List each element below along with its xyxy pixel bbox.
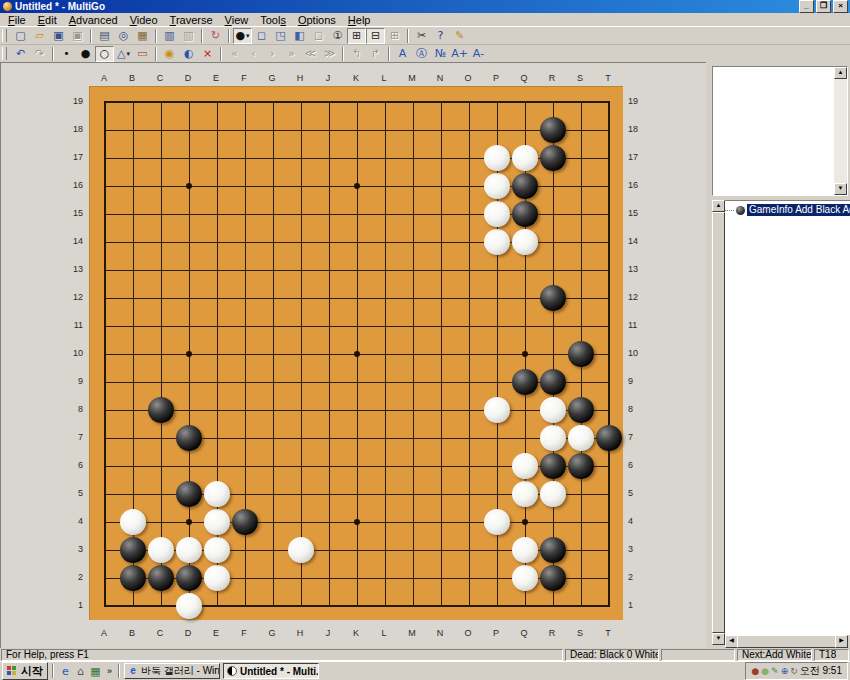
menu-options[interactable]: Options xyxy=(293,14,343,26)
row-label-right: 16 xyxy=(628,180,648,190)
taskbar-divider xyxy=(118,664,120,678)
label-letter-icon: A xyxy=(399,47,407,61)
multigo-icon xyxy=(227,666,237,676)
comment-scrollbar[interactable]: ▲ ▼ xyxy=(834,67,847,195)
row-label-right: 15 xyxy=(628,208,648,218)
nav-forward-10-button[interactable]: ≫ xyxy=(320,46,339,62)
label-letter-button[interactable]: A xyxy=(393,46,412,62)
stone-black-D5[interactable] xyxy=(176,481,202,507)
prev-variation-icon: ↰ xyxy=(352,47,361,61)
tree-node-selected[interactable]: GameInfo Add Black Add White xyxy=(725,204,850,216)
erase-mark-icon: ▭ xyxy=(137,47,147,61)
nav-first-icon: « xyxy=(231,47,238,61)
game-tools-icon: ✂ xyxy=(417,29,426,43)
export-file-button[interactable]: ▣ xyxy=(68,28,87,44)
next-variation-icon: ↱ xyxy=(371,47,380,61)
clean-board-icon: ✎ xyxy=(455,29,464,43)
next-variation-button[interactable]: ↱ xyxy=(366,46,385,62)
column-label-bottom: G xyxy=(262,628,282,638)
show-tree-pane-button[interactable]: ⊞ xyxy=(347,28,366,44)
board-view: AABBCCDDEEFFGGHHJJKKLLMMNNOOPPQQRRSSTT19… xyxy=(0,62,706,648)
context-help-icon: ? xyxy=(438,29,444,43)
toolbar-gripper[interactable] xyxy=(2,47,7,60)
tree-layout-button[interactable]: ⊞ xyxy=(385,28,404,44)
column-label-top: N xyxy=(430,73,450,83)
toolbar-separator xyxy=(155,29,157,43)
stone-white-Q6[interactable] xyxy=(512,453,538,479)
row-label-left: 18 xyxy=(63,124,83,134)
grid-line xyxy=(413,102,414,606)
game-tools-button[interactable]: ✂ xyxy=(412,28,431,44)
grid-line xyxy=(441,102,442,606)
column-label-bottom: Q xyxy=(514,628,534,638)
status-blank-panel xyxy=(661,649,735,661)
redo-icon: ↷ xyxy=(35,47,44,61)
toolbar-separator xyxy=(155,47,157,61)
column-label-top: T xyxy=(598,73,618,83)
column-label-top: C xyxy=(150,73,170,83)
tree-vertical-scrollbar[interactable]: ▲ ▼ xyxy=(712,200,725,645)
scroll-up-icon[interactable]: ▲ xyxy=(834,67,847,79)
windows-logo-icon xyxy=(7,666,18,676)
column-label-bottom: T xyxy=(598,628,618,638)
show-comment-pane-button[interactable]: ⊟ xyxy=(366,28,385,44)
stone-white-C3[interactable] xyxy=(148,537,174,563)
stone-white-P16[interactable] xyxy=(484,173,510,199)
tray-icon-1[interactable]: ● xyxy=(751,664,759,678)
nav-forward-icon: › xyxy=(270,47,274,61)
row-label-left: 2 xyxy=(63,572,83,582)
status-next-action: Next:Add White xyxy=(737,649,812,661)
stone-black-Q9[interactable] xyxy=(512,369,538,395)
black-to-play-icon: ● xyxy=(235,29,245,43)
column-label-top: B xyxy=(122,73,142,83)
title-bar[interactable]: Untitled * - MultiGo _ ❐ × xyxy=(0,0,850,13)
row-label-right: 11 xyxy=(628,320,648,330)
stone-black-S6[interactable] xyxy=(568,453,594,479)
column-label-bottom: N xyxy=(430,628,450,638)
stone-black-R3[interactable] xyxy=(540,537,566,563)
font-larger-button[interactable]: A+ xyxy=(450,46,469,62)
label-circle-icon: Ⓐ xyxy=(416,47,427,61)
toolbar-separator xyxy=(342,47,344,61)
multigo-window: Untitled * - MultiGo _ ❐ × FileEditAdvan… xyxy=(0,0,850,680)
swap-colors-button[interactable]: ◐ xyxy=(179,46,198,62)
row-label-left: 16 xyxy=(63,180,83,190)
corner-view-button[interactable]: ◳ xyxy=(271,28,290,44)
black-to-play-button[interactable]: ●▾ xyxy=(233,28,252,44)
start-button[interactable]: 시작 xyxy=(2,662,48,680)
column-label-bottom: K xyxy=(346,628,366,638)
open-folder-button[interactable]: ▱ xyxy=(30,28,49,44)
row-label-left: 4 xyxy=(63,516,83,526)
row-label-right: 6 xyxy=(628,460,648,470)
stone-black-C8[interactable] xyxy=(148,397,174,423)
column-label-top: L xyxy=(374,73,394,83)
row-label-right: 7 xyxy=(628,432,648,442)
save-icon: ▣ xyxy=(53,29,63,43)
half-board-view-icon: ◧ xyxy=(294,29,304,43)
stone-black-R18[interactable] xyxy=(540,117,566,143)
stone-white-Q14[interactable] xyxy=(512,229,538,255)
stone-black-T7[interactable] xyxy=(596,425,622,451)
stone-black-D2[interactable] xyxy=(176,565,202,591)
stone-white-P17[interactable] xyxy=(484,145,510,171)
task-button-label: 바둑 갤러리 - Windo... xyxy=(141,664,220,678)
toolbar-separator xyxy=(201,29,203,43)
play-move-mode-button[interactable]: • xyxy=(57,46,76,62)
column-label-bottom: H xyxy=(290,628,310,638)
nav-back-button[interactable]: ‹ xyxy=(244,46,263,62)
stone-white-E5[interactable] xyxy=(204,481,230,507)
export-file-icon: ▣ xyxy=(72,29,82,43)
scrollbar-thumb[interactable] xyxy=(712,212,725,633)
black-to-play-dropdown-icon[interactable]: ▾ xyxy=(246,29,250,43)
column-label-top: F xyxy=(234,73,254,83)
row-label-left: 6 xyxy=(63,460,83,470)
column-label-bottom: L xyxy=(374,628,394,638)
task-button-browser[interactable]: e바둑 갤러리 - Windo... xyxy=(124,663,220,679)
column-label-bottom: B xyxy=(122,628,142,638)
prev-variation-button[interactable]: ↰ xyxy=(347,46,366,62)
save-button[interactable]: ▣ xyxy=(49,28,68,44)
undo-icon: ↶ xyxy=(16,47,25,61)
column-label-bottom: J xyxy=(318,628,338,638)
stone-black-Q15[interactable] xyxy=(512,201,538,227)
task-button-multigo[interactable]: Untitled * - Multi... xyxy=(223,663,319,679)
row-label-left: 15 xyxy=(63,208,83,218)
tray-icon-3[interactable]: ✎ xyxy=(771,664,779,678)
open-folder-icon: ▱ xyxy=(35,29,43,43)
stone-white-E2[interactable] xyxy=(204,565,230,591)
move-numbers-button[interactable]: ① xyxy=(328,28,347,44)
star-point xyxy=(186,519,192,525)
stone-white-S7[interactable] xyxy=(568,425,594,451)
window-title: Untitled * - MultiGo xyxy=(15,1,105,12)
show-comment-pane-icon: ⊟ xyxy=(371,29,380,43)
label-circle-button[interactable]: Ⓐ xyxy=(412,46,431,62)
toolbar-separator xyxy=(90,29,92,43)
print-icon: ▤ xyxy=(99,29,109,43)
stone-white-R7[interactable] xyxy=(540,425,566,451)
stone-black-Q16[interactable] xyxy=(512,173,538,199)
system-tray: ●●✎⊕↻ 오전 9:51 xyxy=(745,662,848,680)
stone-white-P14[interactable] xyxy=(484,229,510,255)
stone-white-H3[interactable] xyxy=(288,537,314,563)
stone-black-R6[interactable] xyxy=(540,453,566,479)
add-black-stone-button[interactable]: ● xyxy=(76,46,95,62)
column-label-bottom: A xyxy=(94,628,114,638)
column-label-top: S xyxy=(570,73,590,83)
row-label-left: 5 xyxy=(63,488,83,498)
game-tree-pane[interactable]: GameInfo Add Black Add White xyxy=(725,200,850,635)
copy-board-image-icon: ▦ xyxy=(137,29,147,43)
grid-line xyxy=(553,102,554,606)
column-label-bottom: S xyxy=(570,628,590,638)
stone-black-R2[interactable] xyxy=(540,565,566,591)
row-label-right: 9 xyxy=(628,376,648,386)
half-board-view-button[interactable]: ◧ xyxy=(290,28,309,44)
star-point xyxy=(522,519,528,525)
row-label-left: 1 xyxy=(63,600,83,610)
context-help-button[interactable]: ? xyxy=(431,28,450,44)
row-label-right: 17 xyxy=(628,152,648,162)
channels-icon[interactable]: ▦ xyxy=(88,664,103,679)
quarter-view-icon: ◻ xyxy=(314,29,323,43)
stone-black-B2[interactable] xyxy=(120,565,146,591)
nav-forward-10-icon: ≫ xyxy=(324,47,336,61)
undo-button[interactable]: ↶ xyxy=(11,46,30,62)
rotate-flip-board-button[interactable]: ↻ xyxy=(206,28,225,44)
tree-node-label[interactable]: GameInfo Add Black Add White xyxy=(747,204,850,216)
column-label-bottom: C xyxy=(150,628,170,638)
column-label-top: A xyxy=(94,73,114,83)
nav-back-icon: ‹ xyxy=(251,47,255,61)
column-label-top: K xyxy=(346,73,366,83)
nav-last-icon: » xyxy=(288,47,295,61)
menu-edit[interactable]: Edit xyxy=(33,14,64,26)
column-label-bottom: F xyxy=(234,628,254,638)
row-label-right: 8 xyxy=(628,404,648,414)
column-label-bottom: M xyxy=(402,628,422,638)
scroll-right-icon[interactable]: ▶ xyxy=(835,635,848,648)
copy-icon: ▥ xyxy=(164,29,174,43)
stone-white-Q2[interactable] xyxy=(512,565,538,591)
row-label-left: 13 xyxy=(63,264,83,274)
ie-icon: e xyxy=(128,666,138,676)
print-preview-icon: ◎ xyxy=(119,29,129,43)
print-preview-button[interactable]: ◎ xyxy=(114,28,133,44)
show-desktop-icon[interactable]: ⌂ xyxy=(73,664,88,679)
star-point xyxy=(354,351,360,357)
swap-colors-icon: ◐ xyxy=(184,47,194,61)
font-larger-icon: A+ xyxy=(451,47,468,61)
row-label-right: 19 xyxy=(628,96,648,106)
chevron-icon[interactable]: » xyxy=(105,666,114,676)
row-label-right: 12 xyxy=(628,292,648,302)
add-black-stone-icon: ● xyxy=(81,47,91,61)
menu-bar: FileEditAdvancedVideoTraverseViewToolsOp… xyxy=(0,13,850,26)
tree-connector xyxy=(725,210,734,211)
stone-black-D7[interactable] xyxy=(176,425,202,451)
star-point xyxy=(522,351,528,357)
nav-last-button[interactable]: » xyxy=(282,46,301,62)
delete-node-button[interactable]: × xyxy=(198,46,217,62)
tree-layout-icon: ⊞ xyxy=(390,29,399,43)
column-label-top: Q xyxy=(514,73,534,83)
row-label-right: 5 xyxy=(628,488,648,498)
toolbar-standard: ▢▱▣▣▤◎▦▥▥↻●▾◻◳◧◻①⊞⊟⊞✂?✎ xyxy=(0,26,850,44)
delete-node-icon: × xyxy=(203,47,212,61)
toolbar-separator xyxy=(220,47,222,61)
toolbar-separator xyxy=(407,29,409,43)
stone-white-E4[interactable] xyxy=(204,509,230,535)
menu-help[interactable]: Help xyxy=(343,14,378,26)
row-label-left: 10 xyxy=(63,348,83,358)
corner-view-icon: ◳ xyxy=(275,29,285,43)
goban[interactable] xyxy=(89,86,623,620)
stone-white-D1[interactable] xyxy=(176,593,202,619)
ie-icon[interactable]: e xyxy=(58,664,73,679)
column-label-top: D xyxy=(178,73,198,83)
new-file-icon: ▢ xyxy=(15,29,25,43)
menu-advanced[interactable]: Advanced xyxy=(64,14,125,26)
menu-tools[interactable]: Tools xyxy=(255,14,293,26)
comment-box[interactable]: ▲ ▼ xyxy=(712,66,848,196)
stone-white-Q3[interactable] xyxy=(512,537,538,563)
redo-button[interactable]: ↷ xyxy=(30,46,49,62)
app-icon xyxy=(3,2,12,11)
column-label-top: E xyxy=(206,73,226,83)
stone-white-R5[interactable] xyxy=(540,481,566,507)
menu-file[interactable]: File xyxy=(3,14,33,26)
tray-icon-5[interactable]: ↻ xyxy=(790,664,798,678)
stone-white-E3[interactable] xyxy=(204,537,230,563)
row-label-left: 3 xyxy=(63,544,83,554)
stone-black-R12[interactable] xyxy=(540,285,566,311)
clean-board-button[interactable]: ✎ xyxy=(450,28,469,44)
goto-move-number-button[interactable]: № xyxy=(431,46,450,62)
stone-white-D3[interactable] xyxy=(176,537,202,563)
column-label-bottom: E xyxy=(206,628,226,638)
star-point xyxy=(186,183,192,189)
column-label-top: P xyxy=(486,73,506,83)
copy-button[interactable]: ▥ xyxy=(160,28,179,44)
row-label-left: 19 xyxy=(63,96,83,106)
scrollbar-thumb[interactable] xyxy=(737,635,836,648)
nav-forward-button[interactable]: › xyxy=(263,46,282,62)
column-label-top: J xyxy=(318,73,338,83)
tree-horizontal-scrollbar[interactable]: ◀ ▶ xyxy=(725,635,848,648)
erase-mark-button[interactable]: ▭ xyxy=(133,46,152,62)
row-label-right: 2 xyxy=(628,572,648,582)
star-point xyxy=(186,351,192,357)
row-label-right: 4 xyxy=(628,516,648,526)
rotate-flip-board-icon: ↻ xyxy=(211,29,220,43)
toolbar-separator xyxy=(388,47,390,61)
whole-board-view-icon: ◻ xyxy=(257,29,266,43)
row-label-right: 1 xyxy=(628,600,648,610)
whole-board-view-button[interactable]: ◻ xyxy=(252,28,271,44)
row-label-left: 8 xyxy=(63,404,83,414)
paste-button[interactable]: ▥ xyxy=(179,28,198,44)
tree-node-stone-icon xyxy=(736,206,745,215)
stone-black-F4[interactable] xyxy=(232,509,258,535)
stone-white-Q5[interactable] xyxy=(512,481,538,507)
font-smaller-button[interactable]: A- xyxy=(469,46,488,62)
status-dead-stones: Dead: Black 0 White 0 xyxy=(565,649,659,661)
scroll-up-icon[interactable]: ▲ xyxy=(712,200,725,212)
stone-white-R8[interactable] xyxy=(540,397,566,423)
mark-triangle-icon: △ xyxy=(117,47,125,61)
column-label-top: O xyxy=(458,73,478,83)
minimize-button[interactable]: _ xyxy=(799,0,814,13)
menu-view[interactable]: View xyxy=(220,14,256,26)
status-cursor-coordinate: T18 xyxy=(814,649,849,661)
stone-white-P4[interactable] xyxy=(484,509,510,535)
stone-black-B3[interactable] xyxy=(120,537,146,563)
row-label-left: 17 xyxy=(63,152,83,162)
tray-icon-2[interactable]: ● xyxy=(761,664,769,678)
task-button-label: Untitled * - Multi... xyxy=(240,666,319,677)
status-bar: For Help, press F1 Dead: Black 0 White 0… xyxy=(0,648,850,661)
row-label-left: 9 xyxy=(63,376,83,386)
stone-black-R9[interactable] xyxy=(540,369,566,395)
play-move-mode-icon: • xyxy=(63,47,70,61)
quarter-view-button[interactable]: ◻ xyxy=(309,28,328,44)
row-label-right: 3 xyxy=(628,544,648,554)
status-help-text: For Help, press F1 xyxy=(1,649,563,661)
toolbar-separator xyxy=(228,29,230,43)
stone-white-P15[interactable] xyxy=(484,201,510,227)
column-label-top: R xyxy=(542,73,562,83)
row-label-right: 13 xyxy=(628,264,648,274)
add-white-stone-button[interactable]: ○ xyxy=(95,46,114,62)
taskbar: 시작 e⌂▦ » e바둑 갤러리 - Windo...Untitled * - … xyxy=(0,661,850,680)
toolbar-gripper[interactable] xyxy=(2,29,7,42)
column-label-bottom: R xyxy=(542,628,562,638)
close-button[interactable]: × xyxy=(833,0,848,13)
row-label-right: 10 xyxy=(628,348,648,358)
scroll-down-icon[interactable]: ▼ xyxy=(712,633,725,645)
taskbar-divider xyxy=(52,664,54,678)
mark-triangle-button[interactable]: △▾ xyxy=(114,46,133,62)
menu-video[interactable]: Video xyxy=(125,14,165,26)
row-label-left: 7 xyxy=(63,432,83,442)
stone-white-B4[interactable] xyxy=(120,509,146,535)
column-label-top: H xyxy=(290,73,310,83)
start-label: 시작 xyxy=(21,664,43,679)
goto-move-number-icon: № xyxy=(435,47,446,61)
row-label-right: 18 xyxy=(628,124,648,134)
row-label-left: 12 xyxy=(63,292,83,302)
stone-white-Q17[interactable] xyxy=(512,145,538,171)
scroll-down-icon[interactable]: ▼ xyxy=(834,183,847,195)
row-label-left: 11 xyxy=(63,320,83,330)
nav-back-10-icon: ≪ xyxy=(305,47,317,61)
stone-black-S10[interactable] xyxy=(568,341,594,367)
column-label-bottom: P xyxy=(486,628,506,638)
show-tree-pane-icon: ⊞ xyxy=(352,29,361,43)
column-label-bottom: D xyxy=(178,628,198,638)
row-label-right: 14 xyxy=(628,236,648,246)
stone-black-C2[interactable] xyxy=(148,565,174,591)
stone-black-R17[interactable] xyxy=(540,145,566,171)
nav-back-10-button[interactable]: ≪ xyxy=(301,46,320,62)
stone-black-S8[interactable] xyxy=(568,397,594,423)
font-smaller-icon: A- xyxy=(473,47,484,61)
pass-move-button[interactable]: ◉ xyxy=(160,46,179,62)
column-label-bottom: O xyxy=(458,628,478,638)
menu-traverse[interactable]: Traverse xyxy=(165,14,220,26)
tray-icon-4[interactable]: ⊕ xyxy=(781,664,789,678)
paste-icon: ▥ xyxy=(183,29,193,43)
toolbar-separator xyxy=(52,47,54,61)
clock: 오전 9:51 xyxy=(800,664,842,678)
restore-button[interactable]: ❐ xyxy=(816,0,831,13)
mark-triangle-dropdown-icon[interactable]: ▾ xyxy=(126,47,130,61)
add-white-stone-icon: ○ xyxy=(100,47,110,61)
toolbar-edit: ↶↷•●○△▾▭◉◐×«‹›»≪≫↰↱AⒶ№A+A- xyxy=(0,44,850,62)
star-point xyxy=(354,183,360,189)
copy-board-image-button[interactable]: ▦ xyxy=(133,28,152,44)
nav-first-button[interactable]: « xyxy=(225,46,244,62)
row-label-left: 14 xyxy=(63,236,83,246)
new-file-button[interactable]: ▢ xyxy=(11,28,30,44)
print-button[interactable]: ▤ xyxy=(95,28,114,44)
stone-white-P8[interactable] xyxy=(484,397,510,423)
star-point xyxy=(354,519,360,525)
